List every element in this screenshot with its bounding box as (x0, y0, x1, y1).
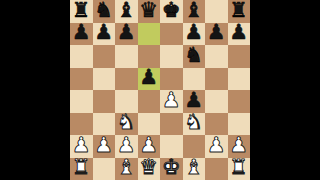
square-a1[interactable]: ♜ (70, 158, 93, 181)
white-pawn: ♟ (229, 135, 248, 156)
square-f2[interactable] (183, 135, 206, 158)
white-pawn: ♟ (117, 135, 136, 156)
square-b1[interactable] (93, 158, 116, 181)
black-rook: ♜ (229, 0, 248, 21)
square-c2[interactable]: ♟ (115, 135, 138, 158)
white-king: ♚ (162, 158, 181, 179)
square-h4[interactable] (228, 90, 251, 113)
square-g7[interactable]: ♟ (205, 23, 228, 46)
square-a2[interactable]: ♟ (70, 135, 93, 158)
square-g2[interactable]: ♟ (205, 135, 228, 158)
square-a4[interactable] (70, 90, 93, 113)
square-h3[interactable] (228, 113, 251, 136)
square-c5[interactable] (115, 68, 138, 91)
square-c4[interactable] (115, 90, 138, 113)
square-c3[interactable]: ♞ (115, 113, 138, 136)
square-g1[interactable] (205, 158, 228, 181)
black-knight: ♞ (184, 45, 203, 66)
square-a5[interactable] (70, 68, 93, 91)
square-c7[interactable]: ♟ (115, 23, 138, 46)
square-a7[interactable]: ♟ (70, 23, 93, 46)
square-b6[interactable] (93, 45, 116, 68)
square-a3[interactable] (70, 113, 93, 136)
square-d2[interactable]: ♟ (138, 135, 161, 158)
black-pawn: ♟ (72, 23, 91, 44)
black-pawn: ♟ (184, 90, 203, 111)
square-e4[interactable]: ♟ (160, 90, 183, 113)
square-g3[interactable] (205, 113, 228, 136)
square-b8[interactable]: ♞ (93, 0, 116, 23)
white-rook: ♜ (72, 158, 91, 179)
square-c8[interactable]: ♝ (115, 0, 138, 23)
letterbox-right (250, 0, 320, 180)
square-b7[interactable]: ♟ (93, 23, 116, 46)
white-bishop: ♝ (117, 158, 136, 179)
square-d5[interactable]: ♟ (138, 68, 161, 91)
chess-board: ♜♞♝♛♚♝♜♟♟♟♟♟♟♞♟♟♟♞♞♟♟♟♟♟♟♜♝♛♚♝♜ (70, 0, 250, 180)
square-b3[interactable] (93, 113, 116, 136)
black-pawn: ♟ (139, 68, 158, 89)
square-e3[interactable] (160, 113, 183, 136)
square-b2[interactable]: ♟ (93, 135, 116, 158)
square-d4[interactable] (138, 90, 161, 113)
square-h5[interactable] (228, 68, 251, 91)
white-knight: ♞ (184, 113, 203, 134)
black-bishop: ♝ (184, 0, 203, 21)
black-pawn: ♟ (117, 23, 136, 44)
app-background: ♜♞♝♛♚♝♜♟♟♟♟♟♟♞♟♟♟♞♞♟♟♟♟♟♟♜♝♛♚♝♜ (0, 0, 320, 180)
square-h6[interactable] (228, 45, 251, 68)
square-g5[interactable] (205, 68, 228, 91)
square-d8[interactable]: ♛ (138, 0, 161, 23)
white-pawn: ♟ (207, 135, 226, 156)
white-bishop: ♝ (184, 158, 203, 179)
black-pawn: ♟ (184, 23, 203, 44)
square-f8[interactable]: ♝ (183, 0, 206, 23)
square-e5[interactable] (160, 68, 183, 91)
square-e7[interactable] (160, 23, 183, 46)
square-h1[interactable]: ♜ (228, 158, 251, 181)
black-king: ♚ (162, 0, 181, 21)
square-f4[interactable]: ♟ (183, 90, 206, 113)
square-c6[interactable] (115, 45, 138, 68)
square-g6[interactable] (205, 45, 228, 68)
black-bishop: ♝ (117, 0, 136, 21)
square-h8[interactable]: ♜ (228, 0, 251, 23)
square-f1[interactable]: ♝ (183, 158, 206, 181)
black-queen: ♛ (139, 0, 158, 21)
square-e2[interactable] (160, 135, 183, 158)
square-e1[interactable]: ♚ (160, 158, 183, 181)
letterbox-left (0, 0, 70, 180)
black-knight: ♞ (94, 0, 113, 21)
black-pawn: ♟ (229, 23, 248, 44)
square-f5[interactable] (183, 68, 206, 91)
white-rook: ♜ (229, 158, 248, 179)
square-h7[interactable]: ♟ (228, 23, 251, 46)
black-rook: ♜ (72, 0, 91, 21)
white-pawn: ♟ (94, 135, 113, 156)
square-f6[interactable]: ♞ (183, 45, 206, 68)
square-g8[interactable] (205, 0, 228, 23)
square-e8[interactable]: ♚ (160, 0, 183, 23)
white-pawn: ♟ (139, 135, 158, 156)
square-b5[interactable] (93, 68, 116, 91)
square-f3[interactable]: ♞ (183, 113, 206, 136)
square-b4[interactable] (93, 90, 116, 113)
white-queen: ♛ (139, 158, 158, 179)
square-d7[interactable] (138, 23, 161, 46)
square-f7[interactable]: ♟ (183, 23, 206, 46)
white-pawn: ♟ (162, 90, 181, 111)
square-h2[interactable]: ♟ (228, 135, 251, 158)
square-g4[interactable] (205, 90, 228, 113)
square-d3[interactable] (138, 113, 161, 136)
black-pawn: ♟ (94, 23, 113, 44)
square-d1[interactable]: ♛ (138, 158, 161, 181)
square-c1[interactable]: ♝ (115, 158, 138, 181)
white-knight: ♞ (117, 113, 136, 134)
square-a6[interactable] (70, 45, 93, 68)
white-pawn: ♟ (72, 135, 91, 156)
square-d6[interactable] (138, 45, 161, 68)
black-pawn: ♟ (207, 23, 226, 44)
square-e6[interactable] (160, 45, 183, 68)
square-a8[interactable]: ♜ (70, 0, 93, 23)
